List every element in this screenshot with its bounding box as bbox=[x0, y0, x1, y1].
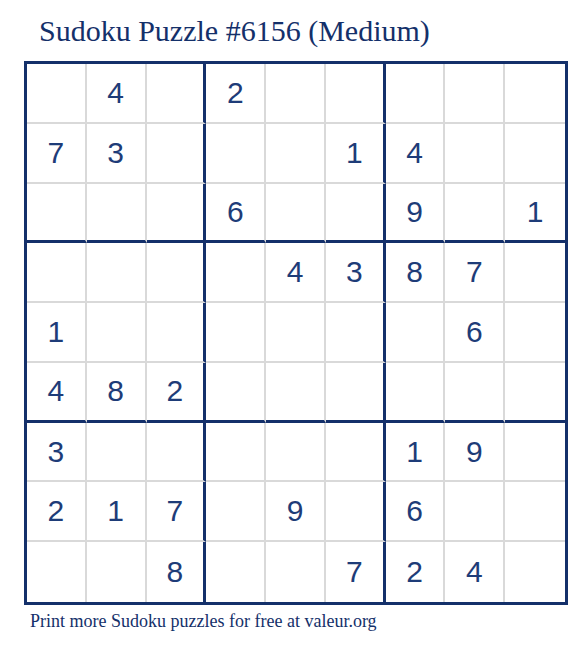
cell-r3c7[interactable]: 9 bbox=[386, 184, 446, 244]
cell-r4c1[interactable] bbox=[27, 243, 87, 303]
cell-r8c5[interactable]: 9 bbox=[266, 482, 326, 542]
cell-r3c1[interactable] bbox=[27, 184, 87, 244]
cell-r7c9[interactable] bbox=[505, 423, 565, 483]
cell-r9c8[interactable]: 4 bbox=[445, 542, 505, 602]
cell-r6c5[interactable] bbox=[266, 363, 326, 423]
cell-r7c2[interactable] bbox=[87, 423, 147, 483]
cell-r9c6[interactable]: 7 bbox=[326, 542, 386, 602]
cell-r3c4[interactable]: 6 bbox=[206, 184, 266, 244]
cell-r9c5[interactable] bbox=[266, 542, 326, 602]
cell-r6c1[interactable]: 4 bbox=[27, 363, 87, 423]
cell-r7c5[interactable] bbox=[266, 423, 326, 483]
cell-r7c6[interactable] bbox=[326, 423, 386, 483]
cell-r3c2[interactable] bbox=[87, 184, 147, 244]
cell-r2c2[interactable]: 3 bbox=[87, 124, 147, 184]
cell-r9c9[interactable] bbox=[505, 542, 565, 602]
cell-r2c7[interactable]: 4 bbox=[386, 124, 446, 184]
cell-r8c6[interactable] bbox=[326, 482, 386, 542]
cell-r4c2[interactable] bbox=[87, 243, 147, 303]
cell-r6c4[interactable] bbox=[206, 363, 266, 423]
cell-r5c7[interactable] bbox=[386, 303, 446, 363]
cell-r3c9[interactable]: 1 bbox=[505, 184, 565, 244]
cell-r7c1[interactable]: 3 bbox=[27, 423, 87, 483]
cell-r4c6[interactable]: 3 bbox=[326, 243, 386, 303]
page-title: Sudoku Puzzle #6156 (Medium) bbox=[39, 14, 430, 48]
cell-r2c6[interactable]: 1 bbox=[326, 124, 386, 184]
cell-r1c5[interactable] bbox=[266, 64, 326, 124]
cell-r5c4[interactable] bbox=[206, 303, 266, 363]
cell-r2c1[interactable]: 7 bbox=[27, 124, 87, 184]
cell-r1c3[interactable] bbox=[147, 64, 207, 124]
cell-r1c7[interactable] bbox=[386, 64, 446, 124]
cell-r7c7[interactable]: 1 bbox=[386, 423, 446, 483]
cell-r7c4[interactable] bbox=[206, 423, 266, 483]
cell-r5c8[interactable]: 6 bbox=[445, 303, 505, 363]
footer-text: Print more Sudoku puzzles for free at va… bbox=[30, 611, 377, 632]
cell-r5c5[interactable] bbox=[266, 303, 326, 363]
cell-r1c6[interactable] bbox=[326, 64, 386, 124]
cell-r9c3[interactable]: 8 bbox=[147, 542, 207, 602]
cell-r2c8[interactable] bbox=[445, 124, 505, 184]
cell-r6c6[interactable] bbox=[326, 363, 386, 423]
cell-r4c7[interactable]: 8 bbox=[386, 243, 446, 303]
cell-r3c3[interactable] bbox=[147, 184, 207, 244]
cell-r3c6[interactable] bbox=[326, 184, 386, 244]
cell-r1c8[interactable] bbox=[445, 64, 505, 124]
cell-r2c3[interactable] bbox=[147, 124, 207, 184]
cell-r8c2[interactable]: 1 bbox=[87, 482, 147, 542]
cell-r4c9[interactable] bbox=[505, 243, 565, 303]
cell-r5c9[interactable] bbox=[505, 303, 565, 363]
cell-r4c3[interactable] bbox=[147, 243, 207, 303]
cell-r2c9[interactable] bbox=[505, 124, 565, 184]
cell-r4c8[interactable]: 7 bbox=[445, 243, 505, 303]
cell-r1c4[interactable]: 2 bbox=[206, 64, 266, 124]
cell-r1c1[interactable] bbox=[27, 64, 87, 124]
cell-r2c5[interactable] bbox=[266, 124, 326, 184]
cell-r8c8[interactable] bbox=[445, 482, 505, 542]
cell-r3c8[interactable] bbox=[445, 184, 505, 244]
cell-r8c7[interactable]: 6 bbox=[386, 482, 446, 542]
cell-r8c4[interactable] bbox=[206, 482, 266, 542]
cell-r6c9[interactable] bbox=[505, 363, 565, 423]
cell-r6c2[interactable]: 8 bbox=[87, 363, 147, 423]
cell-r8c1[interactable]: 2 bbox=[27, 482, 87, 542]
cell-r8c3[interactable]: 7 bbox=[147, 482, 207, 542]
cell-r9c1[interactable] bbox=[27, 542, 87, 602]
sudoku-board: 427314691438716482319217968724 bbox=[24, 61, 568, 605]
cell-r7c3[interactable] bbox=[147, 423, 207, 483]
cell-r2c4[interactable] bbox=[206, 124, 266, 184]
cell-r9c7[interactable]: 2 bbox=[386, 542, 446, 602]
cell-r5c6[interactable] bbox=[326, 303, 386, 363]
cell-r4c5[interactable]: 4 bbox=[266, 243, 326, 303]
cell-r6c3[interactable]: 2 bbox=[147, 363, 207, 423]
cell-r1c9[interactable] bbox=[505, 64, 565, 124]
cell-r3c5[interactable] bbox=[266, 184, 326, 244]
cell-r6c8[interactable] bbox=[445, 363, 505, 423]
cell-r4c4[interactable] bbox=[206, 243, 266, 303]
cell-r5c1[interactable]: 1 bbox=[27, 303, 87, 363]
cell-r8c9[interactable] bbox=[505, 482, 565, 542]
cell-r5c2[interactable] bbox=[87, 303, 147, 363]
cell-r9c2[interactable] bbox=[87, 542, 147, 602]
printable-sudoku-page: Sudoku Puzzle #6156 (Medium) 42731469143… bbox=[0, 0, 574, 651]
cell-r7c8[interactable]: 9 bbox=[445, 423, 505, 483]
cell-r1c2[interactable]: 4 bbox=[87, 64, 147, 124]
cell-r5c3[interactable] bbox=[147, 303, 207, 363]
cell-r9c4[interactable] bbox=[206, 542, 266, 602]
cell-r6c7[interactable] bbox=[386, 363, 446, 423]
